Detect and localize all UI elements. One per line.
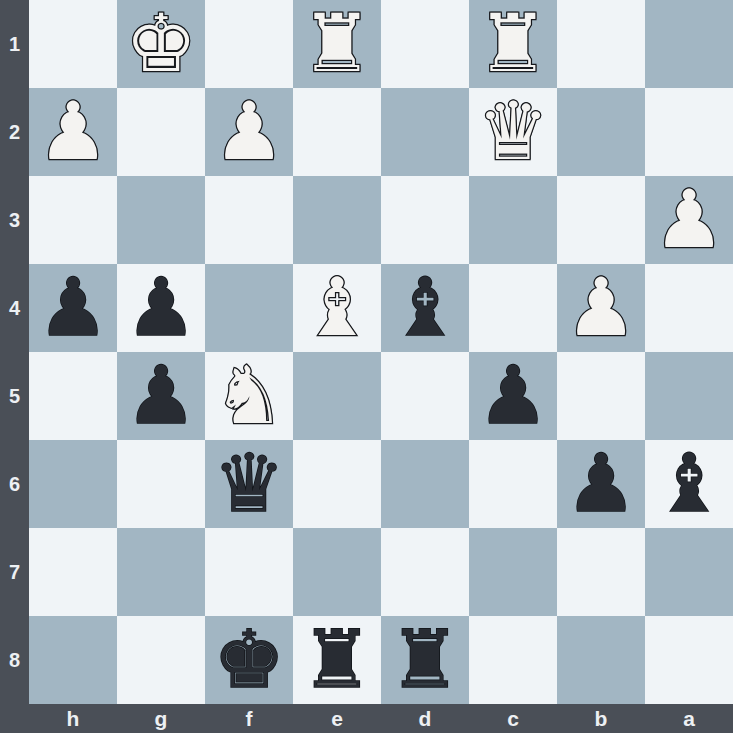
square-c5[interactable]: ♟: [469, 352, 557, 440]
square-d4[interactable]: ♝: [381, 264, 469, 352]
rank-label-2: 2: [0, 88, 29, 176]
square-g1[interactable]: ♚: [117, 0, 205, 88]
square-f6[interactable]: ♛: [205, 440, 293, 528]
file-label-g: g: [117, 704, 205, 733]
square-g2[interactable]: [117, 88, 205, 176]
rank-label-4: 4: [0, 264, 29, 352]
white-pawn: ♟: [653, 176, 725, 264]
square-c3[interactable]: [469, 176, 557, 264]
white-pawn: ♟: [565, 264, 637, 352]
rank-label-8: 8: [0, 616, 29, 704]
square-f7[interactable]: [205, 528, 293, 616]
square-d5[interactable]: [381, 352, 469, 440]
white-bishop: ♝: [301, 264, 373, 352]
square-f8[interactable]: ♚: [205, 616, 293, 704]
black-bishop: ♝: [389, 264, 461, 352]
black-king: ♚: [213, 616, 285, 704]
square-b4[interactable]: ♟: [557, 264, 645, 352]
white-rook: ♜: [477, 0, 549, 88]
square-c1[interactable]: ♜: [469, 0, 557, 88]
file-label-h: h: [29, 704, 117, 733]
square-b1[interactable]: [557, 0, 645, 88]
white-rook: ♜: [301, 0, 373, 88]
square-h3[interactable]: [29, 176, 117, 264]
square-b3[interactable]: [557, 176, 645, 264]
file-label-f: f: [205, 704, 293, 733]
square-f3[interactable]: [205, 176, 293, 264]
square-e1[interactable]: ♜: [293, 0, 381, 88]
black-bishop: ♝: [653, 440, 725, 528]
square-h6[interactable]: [29, 440, 117, 528]
square-b2[interactable]: [557, 88, 645, 176]
square-e7[interactable]: [293, 528, 381, 616]
square-g3[interactable]: [117, 176, 205, 264]
black-pawn: ♟: [125, 352, 197, 440]
chess-board: ♚♜♜♟♟♛♟♟♟♝♝♟♟♞♟♛♟♝♚♜♜: [29, 0, 733, 704]
square-d2[interactable]: [381, 88, 469, 176]
black-pawn: ♟: [565, 440, 637, 528]
square-b5[interactable]: [557, 352, 645, 440]
square-g8[interactable]: [117, 616, 205, 704]
square-h4[interactable]: ♟: [29, 264, 117, 352]
square-h5[interactable]: [29, 352, 117, 440]
rank-label-3: 3: [0, 176, 29, 264]
square-d6[interactable]: [381, 440, 469, 528]
frame-corner: [0, 704, 29, 733]
black-rook: ♜: [301, 616, 373, 704]
square-a7[interactable]: [645, 528, 733, 616]
square-g4[interactable]: ♟: [117, 264, 205, 352]
square-d1[interactable]: [381, 0, 469, 88]
white-pawn: ♟: [37, 88, 109, 176]
square-d8[interactable]: ♜: [381, 616, 469, 704]
file-label-c: c: [469, 704, 557, 733]
square-e8[interactable]: ♜: [293, 616, 381, 704]
white-queen: ♛: [477, 88, 549, 176]
black-rook: ♜: [389, 616, 461, 704]
square-h7[interactable]: [29, 528, 117, 616]
square-a1[interactable]: [645, 0, 733, 88]
square-f5[interactable]: ♞: [205, 352, 293, 440]
file-label-e: e: [293, 704, 381, 733]
file-label-a: a: [645, 704, 733, 733]
square-g7[interactable]: [117, 528, 205, 616]
square-e6[interactable]: [293, 440, 381, 528]
square-f2[interactable]: ♟: [205, 88, 293, 176]
black-pawn: ♟: [477, 352, 549, 440]
square-e3[interactable]: [293, 176, 381, 264]
file-label-d: d: [381, 704, 469, 733]
chess-board-frame: 12345678 ♚♜♜♟♟♛♟♟♟♝♝♟♟♞♟♛♟♝♚♜♜ hgfedcba: [0, 0, 733, 733]
white-knight: ♞: [213, 352, 285, 440]
white-pawn: ♟: [213, 88, 285, 176]
rank-coordinates: 12345678: [0, 0, 29, 704]
square-h1[interactable]: [29, 0, 117, 88]
square-a3[interactable]: ♟: [645, 176, 733, 264]
square-c8[interactable]: [469, 616, 557, 704]
black-queen: ♛: [213, 440, 285, 528]
square-a5[interactable]: [645, 352, 733, 440]
rank-label-7: 7: [0, 528, 29, 616]
rank-label-5: 5: [0, 352, 29, 440]
square-d3[interactable]: [381, 176, 469, 264]
square-b8[interactable]: [557, 616, 645, 704]
square-e4[interactable]: ♝: [293, 264, 381, 352]
square-c4[interactable]: [469, 264, 557, 352]
square-g6[interactable]: [117, 440, 205, 528]
square-d7[interactable]: [381, 528, 469, 616]
square-a4[interactable]: [645, 264, 733, 352]
square-c7[interactable]: [469, 528, 557, 616]
square-a8[interactable]: [645, 616, 733, 704]
black-pawn: ♟: [37, 264, 109, 352]
square-e2[interactable]: [293, 88, 381, 176]
square-c2[interactable]: ♛: [469, 88, 557, 176]
square-e5[interactable]: [293, 352, 381, 440]
square-h8[interactable]: [29, 616, 117, 704]
file-label-b: b: [557, 704, 645, 733]
square-f4[interactable]: [205, 264, 293, 352]
square-h2[interactable]: ♟: [29, 88, 117, 176]
file-coordinates: hgfedcba: [29, 704, 733, 733]
rank-label-6: 6: [0, 440, 29, 528]
square-f1[interactable]: [205, 0, 293, 88]
square-b6[interactable]: ♟: [557, 440, 645, 528]
square-a2[interactable]: [645, 88, 733, 176]
square-b7[interactable]: [557, 528, 645, 616]
white-king: ♚: [125, 0, 197, 88]
square-a6[interactable]: ♝: [645, 440, 733, 528]
square-c6[interactable]: [469, 440, 557, 528]
rank-label-1: 1: [0, 0, 29, 88]
square-g5[interactable]: ♟: [117, 352, 205, 440]
black-pawn: ♟: [125, 264, 197, 352]
